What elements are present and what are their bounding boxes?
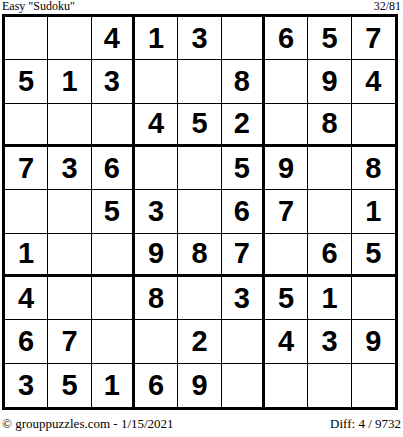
- cell-r3c2[interactable]: [48, 104, 91, 147]
- cell-r2c3: 3: [92, 60, 135, 103]
- cell-r7c8: 1: [308, 277, 351, 320]
- cell-r9c6[interactable]: [222, 364, 265, 407]
- cell-r3c8: 8: [308, 104, 351, 147]
- cell-r6c8: 6: [308, 234, 351, 277]
- cell-r8c6[interactable]: [222, 320, 265, 363]
- cell-r4c6: 5: [222, 147, 265, 190]
- cell-r1c7: 6: [265, 17, 308, 60]
- cell-r9c7[interactable]: [265, 364, 308, 407]
- cell-r2c6: 8: [222, 60, 265, 103]
- cell-r9c1: 3: [5, 364, 48, 407]
- cell-r4c1: 7: [5, 147, 48, 190]
- cell-r6c1: 1: [5, 234, 48, 277]
- cell-r7c9[interactable]: [352, 277, 395, 320]
- progress-counter: 32/81: [374, 0, 401, 13]
- cell-r3c9[interactable]: [352, 104, 395, 147]
- cell-r8c9: 9: [352, 320, 395, 363]
- cell-r5c1[interactable]: [5, 190, 48, 233]
- cell-r3c7[interactable]: [265, 104, 308, 147]
- cell-r5c2[interactable]: [48, 190, 91, 233]
- cell-r2c2: 1: [48, 60, 91, 103]
- cell-r1c2[interactable]: [48, 17, 91, 60]
- cell-r3c3[interactable]: [92, 104, 135, 147]
- footer-bar: © grouppuzzles.com - 1/15/2021 Diff: 4 /…: [2, 416, 401, 431]
- cell-r9c5: 9: [178, 364, 221, 407]
- cell-r3c4: 4: [135, 104, 178, 147]
- header-bar: Easy "Sudoku" 32/81: [2, 0, 401, 13]
- cell-r8c7: 4: [265, 320, 308, 363]
- cell-r8c5: 2: [178, 320, 221, 363]
- cell-r7c1: 4: [5, 277, 48, 320]
- cell-r6c9: 5: [352, 234, 395, 277]
- cell-r6c7[interactable]: [265, 234, 308, 277]
- cell-r6c2[interactable]: [48, 234, 91, 277]
- cell-r7c3[interactable]: [92, 277, 135, 320]
- cell-r1c8: 5: [308, 17, 351, 60]
- cell-r2c4[interactable]: [135, 60, 178, 103]
- cell-r7c7: 5: [265, 277, 308, 320]
- cell-r5c5[interactable]: [178, 190, 221, 233]
- cell-r2c8: 9: [308, 60, 351, 103]
- cell-r1c9: 7: [352, 17, 395, 60]
- cell-r7c5[interactable]: [178, 277, 221, 320]
- cell-r6c3[interactable]: [92, 234, 135, 277]
- page-title: Easy "Sudoku": [2, 0, 75, 13]
- cell-r6c4: 9: [135, 234, 178, 277]
- cell-r2c5[interactable]: [178, 60, 221, 103]
- copyright-text: © grouppuzzles.com - 1/15/2021: [2, 416, 174, 431]
- cell-r5c6: 6: [222, 190, 265, 233]
- cell-r3c1[interactable]: [5, 104, 48, 147]
- cell-r1c5: 3: [178, 17, 221, 60]
- difficulty-text: Diff: 4 / 9732: [330, 416, 401, 431]
- cell-r4c5[interactable]: [178, 147, 221, 190]
- cell-r5c4: 3: [135, 190, 178, 233]
- cell-r4c8[interactable]: [308, 147, 351, 190]
- cell-r1c3: 4: [92, 17, 135, 60]
- cell-r5c8[interactable]: [308, 190, 351, 233]
- cell-r6c6: 7: [222, 234, 265, 277]
- cell-r7c2[interactable]: [48, 277, 91, 320]
- cell-r8c8: 3: [308, 320, 351, 363]
- cell-r4c7: 9: [265, 147, 308, 190]
- cell-r1c6[interactable]: [222, 17, 265, 60]
- cell-r4c2: 3: [48, 147, 91, 190]
- cell-r8c1: 6: [5, 320, 48, 363]
- cell-r2c7[interactable]: [265, 60, 308, 103]
- cell-r7c4: 8: [135, 277, 178, 320]
- cell-r8c4[interactable]: [135, 320, 178, 363]
- cell-r6c5: 8: [178, 234, 221, 277]
- cell-r8c3[interactable]: [92, 320, 135, 363]
- cell-r1c4: 1: [135, 17, 178, 60]
- cell-r5c7: 7: [265, 190, 308, 233]
- cell-r2c9: 4: [352, 60, 395, 103]
- cell-r2c1: 5: [5, 60, 48, 103]
- cell-r1c1[interactable]: [5, 17, 48, 60]
- cell-r9c8[interactable]: [308, 364, 351, 407]
- cell-r4c3: 6: [92, 147, 135, 190]
- cell-r5c9: 1: [352, 190, 395, 233]
- sudoku-board: 4136575138944528736598536711987654835167…: [2, 14, 398, 410]
- cell-r9c4: 6: [135, 364, 178, 407]
- cell-r9c9[interactable]: [352, 364, 395, 407]
- cell-r5c3: 5: [92, 190, 135, 233]
- cell-r4c9: 8: [352, 147, 395, 190]
- cell-r9c3: 1: [92, 364, 135, 407]
- cell-r9c2: 5: [48, 364, 91, 407]
- cell-r3c5: 5: [178, 104, 221, 147]
- cell-r8c2: 7: [48, 320, 91, 363]
- cell-r3c6: 2: [222, 104, 265, 147]
- cell-r7c6: 3: [222, 277, 265, 320]
- cell-r4c4[interactable]: [135, 147, 178, 190]
